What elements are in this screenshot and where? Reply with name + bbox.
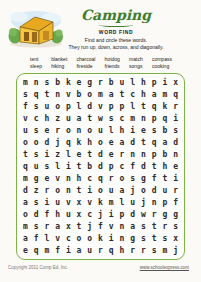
word-list: tentsleepblankethikingcharcoalfiresideho… (30, 56, 172, 70)
word-column: charcoalfireside (76, 56, 95, 70)
grid-cell[interactable]: u (95, 124, 106, 136)
grid-cell[interactable]: p (117, 100, 128, 112)
grid-cell[interactable]: s (149, 245, 160, 257)
grid-cell[interactable]: o (31, 136, 42, 148)
grid-cell[interactable]: t (149, 221, 160, 233)
grid-cell[interactable]: m (127, 112, 138, 124)
grid-cell[interactable]: g (31, 173, 42, 185)
grid-cell[interactable]: x (170, 233, 181, 245)
grid-cell[interactable]: q (31, 245, 42, 257)
title-flourish (99, 23, 133, 27)
grid-cell[interactable]: t (149, 233, 160, 245)
grid-cell[interactable]: f (149, 173, 160, 185)
grid-cell[interactable]: s (138, 233, 149, 245)
header: Camping WORD FIND Find and circle these … (48, 8, 184, 50)
grid-cell[interactable]: c (117, 160, 128, 172)
grid-cell[interactable]: u (127, 197, 138, 209)
grid-cell[interactable]: b (160, 124, 171, 136)
grid-cell[interactable]: l (52, 160, 63, 172)
grid-cell[interactable]: o (84, 233, 95, 245)
grid-cell[interactable]: o (74, 233, 85, 245)
grid-cell[interactable]: n (149, 197, 160, 209)
grid-cell[interactable]: q (149, 100, 160, 112)
grid-cell[interactable]: r (41, 221, 52, 233)
copyright-text: Copyright 2011 Comp Ed, Inc. (8, 265, 68, 270)
grid-cell[interactable]: o (20, 209, 31, 221)
grid-cell[interactable]: e (138, 124, 149, 136)
grid-cell[interactable]: o (63, 124, 74, 136)
grid-cell[interactable]: x (63, 221, 74, 233)
grid-cell[interactable]: v (52, 233, 63, 245)
grid-cell[interactable]: o (95, 136, 106, 148)
grid-cell[interactable]: t (74, 185, 85, 197)
grid-cell[interactable]: a (160, 136, 171, 148)
grid-cell[interactable]: u (117, 76, 128, 88)
grid-cell[interactable]: i (41, 197, 52, 209)
puzzle-subtitle: WORD FIND (48, 29, 184, 35)
grid-cell[interactable]: h (84, 136, 95, 148)
grid-cell[interactable]: h (117, 245, 128, 257)
grid-cell[interactable]: d (20, 185, 31, 197)
grid-cell[interactable]: r (170, 185, 181, 197)
grid-cell[interactable]: q (31, 88, 42, 100)
grid-cell[interactable]: n (127, 148, 138, 160)
grid-cell[interactable]: s (31, 124, 42, 136)
grid-cell[interactable]: u (84, 245, 95, 257)
grid-cell[interactable]: h (52, 209, 63, 221)
grid-cell[interactable]: v (95, 100, 106, 112)
grid-cell[interactable]: n (138, 112, 149, 124)
grid-cell[interactable]: u (106, 185, 117, 197)
grid-cell[interactable]: u (63, 112, 74, 124)
grid-cell[interactable]: a (74, 112, 85, 124)
grid-cell[interactable]: d (127, 209, 138, 221)
grid-cell[interactable]: o (20, 136, 31, 148)
grid-cell[interactable]: t (138, 100, 149, 112)
grid-cell[interactable]: v (63, 197, 74, 209)
grid-cell[interactable]: m (20, 173, 31, 185)
grid-cell[interactable]: q (20, 160, 31, 172)
grid-cell[interactable]: i (170, 112, 181, 124)
word-column: matchsongs (129, 56, 143, 70)
grid-cell[interactable]: m (20, 76, 31, 88)
grid-cell[interactable]: k (160, 100, 171, 112)
grid-cell[interactable]: a (149, 88, 160, 100)
grid-cell[interactable]: a (127, 221, 138, 233)
grid-cell[interactable]: j (170, 245, 181, 257)
grid-cell[interactable]: t (84, 112, 95, 124)
grid-cell[interactable]: l (63, 148, 74, 160)
grid-cell[interactable]: f (41, 209, 52, 221)
grid-cell[interactable]: i (106, 209, 117, 221)
grid-cell[interactable]: m (160, 88, 171, 100)
letter-grid: mnsbkegrbulhpixsqtnvbomatchamqfsuopldvpp… (16, 73, 185, 260)
grid-cell[interactable]: s (106, 112, 117, 124)
grid-cell[interactable]: s (31, 148, 42, 160)
grid-cell[interactable]: d (149, 185, 160, 197)
word-item: songs (129, 63, 143, 70)
grid-cell[interactable]: n (170, 148, 181, 160)
grid-cell[interactable]: o (52, 185, 63, 197)
grid-cell[interactable]: f (20, 100, 31, 112)
grid-cell[interactable]: n (117, 221, 128, 233)
grid-cell[interactable]: v (106, 221, 117, 233)
grid-cell[interactable]: h (74, 173, 85, 185)
grid-cell[interactable]: d (31, 209, 42, 221)
grid-cell[interactable]: s (170, 221, 181, 233)
grid-cell[interactable]: e (106, 136, 117, 148)
grid-cell[interactable]: s (31, 197, 42, 209)
grid-cell[interactable]: t (20, 148, 31, 160)
grid-cell[interactable]: j (52, 136, 63, 148)
grid-cell[interactable]: u (41, 100, 52, 112)
grid-cell[interactable]: a (20, 197, 31, 209)
grid-cell[interactable]: b (106, 76, 117, 88)
grid-cell[interactable]: e (41, 124, 52, 136)
grid-cell[interactable]: j (95, 209, 106, 221)
grid-cell[interactable]: h (160, 160, 171, 172)
grid-cell[interactable]: a (117, 185, 128, 197)
grid-cell[interactable]: z (52, 148, 63, 160)
grid-cell[interactable]: d (95, 160, 106, 172)
grid-cell[interactable]: z (52, 112, 63, 124)
grid-cell[interactable]: n (31, 76, 42, 88)
grid-cell[interactable]: t (160, 173, 171, 185)
grid-cell[interactable]: l (127, 100, 138, 112)
grid-cell[interactable]: k (63, 76, 74, 88)
instructions: Find and circle these words. They run up… (48, 37, 184, 50)
grid-cell[interactable]: l (117, 197, 128, 209)
grid-cell[interactable]: i (127, 124, 138, 136)
grid-cell[interactable]: s (170, 124, 181, 136)
grid-cell[interactable]: r (52, 124, 63, 136)
grid-cell[interactable]: s (41, 160, 52, 172)
grid-cell[interactable]: j (127, 185, 138, 197)
grid-cell[interactable]: i (170, 173, 181, 185)
grid-cell[interactable]: o (84, 88, 95, 100)
grid-cell[interactable]: p (160, 197, 171, 209)
grid-cell[interactable]: g (160, 209, 171, 221)
grid-cell[interactable]: i (106, 233, 117, 245)
grid-cell[interactable]: u (20, 124, 31, 136)
grid-cell[interactable]: h (41, 112, 52, 124)
grid-cell[interactable]: o (52, 100, 63, 112)
grid-cell[interactable]: d (170, 136, 181, 148)
grid-cell[interactable]: a (106, 88, 117, 100)
grid-cell[interactable]: n (138, 148, 149, 160)
grid-cell[interactable]: u (160, 185, 171, 197)
grid-cell[interactable]: v (52, 173, 63, 185)
grid-cell[interactable]: g (127, 233, 138, 245)
grid-cell[interactable]: p (149, 148, 160, 160)
grid-cell[interactable]: c (84, 209, 95, 221)
grid-cell[interactable]: f (52, 245, 63, 257)
grid-cell[interactable]: s (149, 124, 160, 136)
grid-cell[interactable]: w (138, 209, 149, 221)
grid-cell[interactable]: n (63, 173, 74, 185)
grid-cell[interactable]: o (95, 185, 106, 197)
grid-cell[interactable]: c (117, 112, 128, 124)
grid-cell[interactable]: m (160, 245, 171, 257)
grid-cell[interactable]: p (117, 209, 128, 221)
grid-cell[interactable]: l (41, 233, 52, 245)
grid-cell[interactable]: t (149, 160, 160, 172)
grid-cell[interactable]: l (74, 100, 85, 112)
word-item: cooking (152, 63, 172, 70)
grid-cell[interactable]: e (106, 148, 117, 160)
grid-cell[interactable]: r (138, 245, 149, 257)
grid-cell[interactable]: s (127, 173, 138, 185)
grid-cell[interactable]: a (52, 221, 63, 233)
grid-cell[interactable]: r (149, 209, 160, 221)
grid-cell[interactable]: a (117, 136, 128, 148)
grid-cell[interactable]: a (74, 245, 85, 257)
grid-cell[interactable]: f (95, 221, 106, 233)
grid-cell[interactable]: q (95, 173, 106, 185)
grid-cell[interactable]: i (160, 76, 171, 88)
word-item: compass (152, 56, 172, 63)
grid-cell[interactable]: o (84, 124, 95, 136)
grid-cell[interactable]: m (41, 245, 52, 257)
grid-cell[interactable]: h (138, 88, 149, 100)
grid-cell[interactable]: o (117, 173, 128, 185)
word-item: hiking (51, 63, 67, 70)
word-item: sleep (30, 63, 42, 70)
grid-cell[interactable]: t (74, 160, 85, 172)
grid-cell[interactable]: h (138, 76, 149, 88)
grid-cell[interactable]: o (138, 185, 149, 197)
grid-cell[interactable]: b (74, 88, 85, 100)
grid-cell[interactable]: r (41, 185, 52, 197)
grid-cell[interactable]: k (95, 197, 106, 209)
grid-cell[interactable]: p (149, 112, 160, 124)
grid-cell[interactable]: f (31, 233, 42, 245)
grid-cell[interactable]: q (170, 88, 181, 100)
grid-cell[interactable]: p (106, 160, 117, 172)
grid-cell[interactable]: p (149, 76, 160, 88)
grid-cell[interactable]: x (74, 197, 85, 209)
grid-cell[interactable]: e (170, 160, 181, 172)
grid-cell[interactable]: e (74, 76, 85, 88)
grid-cell[interactable]: k (95, 233, 106, 245)
grid-cell[interactable]: e (41, 173, 52, 185)
word-item: fireside (76, 63, 95, 70)
word-column: blankethiking (51, 56, 67, 70)
grid-cell[interactable]: n (63, 185, 74, 197)
grid-cell[interactable]: f (127, 160, 138, 172)
grid-cell[interactable]: g (138, 173, 149, 185)
grid-cell[interactable]: m (106, 197, 117, 209)
grid-cell[interactable]: v (84, 197, 95, 209)
grid-cell[interactable]: s (138, 221, 149, 233)
grid-cell[interactable]: a (20, 233, 31, 245)
word-item: match (129, 56, 143, 63)
grid-cell[interactable]: s (31, 221, 42, 233)
word-item: hotdog (105, 56, 120, 63)
grid-cell[interactable]: u (63, 209, 74, 221)
grid-cell[interactable]: r (106, 173, 117, 185)
word-column: hotdogfriends (105, 56, 120, 70)
grid-cell[interactable]: r (170, 100, 181, 112)
grid-cell[interactable]: n (52, 88, 63, 100)
instruction-line-2: They run up, down, across, and diagonall… (48, 44, 184, 51)
grid-cell[interactable]: r (160, 221, 171, 233)
grid-cell[interactable]: l (106, 124, 117, 136)
grid-cell[interactable]: z (31, 185, 42, 197)
grid-cell[interactable]: v (63, 88, 74, 100)
word-item: tent (30, 56, 42, 63)
grid-cell[interactable]: x (74, 209, 85, 221)
grid-cell[interactable]: j (84, 221, 95, 233)
grid-cell[interactable]: f (170, 197, 181, 209)
grid-cell[interactable]: p (106, 100, 117, 112)
grid-cell[interactable]: d (41, 136, 52, 148)
footer: Copyright 2011 Comp Ed, Inc. www.schoole… (8, 265, 189, 270)
grid-cell[interactable]: r (117, 148, 128, 160)
grid-cell[interactable]: v (20, 112, 31, 124)
grid-cell[interactable]: l (127, 76, 138, 88)
grid-cell[interactable]: u (31, 160, 42, 172)
grid-cell[interactable]: b (84, 160, 95, 172)
grid-cell[interactable]: p (63, 100, 74, 112)
grid-cell[interactable]: t (74, 221, 85, 233)
grid-cell[interactable]: i (63, 245, 74, 257)
word-item: friends (105, 63, 120, 70)
page-title: Camping (48, 8, 184, 23)
grid-cell[interactable]: t (41, 88, 52, 100)
grid-cell[interactable]: c (127, 88, 138, 100)
word-item: charcoal (76, 56, 95, 63)
grid-cell[interactable]: d (127, 136, 138, 148)
grid-cell[interactable]: c (31, 112, 42, 124)
grid-cell[interactable]: c (63, 233, 74, 245)
grid-cell[interactable]: b (52, 76, 63, 88)
word-column: tentsleep (30, 56, 42, 70)
grid-cell[interactable]: t (138, 136, 149, 148)
grid-cell[interactable]: r (95, 76, 106, 88)
grid-cell[interactable]: x (170, 76, 181, 88)
grid-cell[interactable]: t (117, 88, 128, 100)
word-item: blanket (51, 56, 67, 63)
grid-cell[interactable]: k (74, 136, 85, 148)
grid-cell[interactable]: i (41, 148, 52, 160)
grid-cell[interactable]: q (160, 112, 171, 124)
grid-cell[interactable]: d (138, 160, 149, 172)
grid-cell[interactable]: s (41, 76, 52, 88)
grid-cell[interactable]: s (160, 233, 171, 245)
word-column: compasscooking (152, 56, 172, 70)
grid-cell[interactable]: w (95, 112, 106, 124)
grid-cell[interactable]: q (149, 136, 160, 148)
grid-cell[interactable]: q (106, 245, 117, 257)
grid-cell[interactable]: i (63, 160, 74, 172)
grid-cell[interactable]: m (95, 88, 106, 100)
grid-cell[interactable]: n (117, 233, 128, 245)
grid-cell[interactable]: c (84, 173, 95, 185)
grid-cell[interactable]: g (84, 76, 95, 88)
grid-cell[interactable]: d (95, 148, 106, 160)
grid-cell[interactable]: r (95, 245, 106, 257)
grid-cell[interactable]: h (117, 124, 128, 136)
grid-cell[interactable]: b (160, 148, 171, 160)
grid-cell[interactable]: r (127, 245, 138, 257)
grid-cell[interactable]: g (170, 209, 181, 221)
website-link[interactable]: www.schoolexpress.com (140, 265, 189, 270)
grid-cell[interactable]: e (20, 245, 31, 257)
grid-cell[interactable]: n (74, 124, 85, 136)
grid-cell[interactable]: q (63, 136, 74, 148)
grid-cell[interactable]: m (20, 221, 31, 233)
grid-cell[interactable]: i (84, 185, 95, 197)
grid-cell[interactable]: d (84, 100, 95, 112)
grid-cell[interactable]: e (74, 148, 85, 160)
grid-cell[interactable]: s (31, 100, 42, 112)
grid-cell[interactable]: j (138, 197, 149, 209)
grid-cell[interactable]: u (52, 197, 63, 209)
grid-cell[interactable]: s (20, 88, 31, 100)
grid-cell[interactable]: t (84, 148, 95, 160)
